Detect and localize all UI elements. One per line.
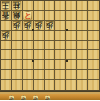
board-cell[interactable] — [1, 70, 12, 80]
board-cell[interactable] — [12, 41, 23, 51]
board-cell[interactable] — [45, 50, 56, 60]
board-cell[interactable] — [55, 1, 66, 11]
board-cell[interactable] — [34, 1, 45, 11]
piece-glyph: 歩 — [24, 21, 31, 29]
piece-glyph: と — [24, 11, 32, 19]
board-cell[interactable] — [77, 31, 88, 41]
board-cell[interactable] — [45, 11, 56, 21]
piece-gote-pawn[interactable]: 歩 — [12, 21, 21, 30]
piece-gote-king[interactable]: 王 — [1, 1, 10, 10]
board-cell[interactable] — [55, 60, 66, 70]
star-point — [32, 60, 34, 62]
board-cell[interactable] — [66, 31, 77, 41]
board-cell[interactable] — [77, 21, 88, 31]
board-cell[interactable] — [34, 41, 45, 51]
board-cell[interactable] — [45, 80, 56, 90]
board-cell[interactable] — [77, 60, 88, 70]
piece-glyph: 銀 — [13, 11, 20, 19]
board-cell[interactable] — [77, 41, 88, 51]
board-cell[interactable] — [77, 70, 88, 80]
shogi-app-screen: 王桂香銀と歩歩歩歩歩歩歩歩歩 — [0, 0, 100, 100]
star-point — [66, 29, 68, 31]
piece-glyph: 香 — [2, 11, 9, 19]
board-cell[interactable] — [88, 21, 99, 31]
board-cell[interactable] — [88, 50, 99, 60]
board-cell[interactable] — [55, 31, 66, 41]
hand-piece-glyph: 歩 — [45, 97, 51, 101]
board-cell[interactable] — [88, 11, 99, 21]
board-cell[interactable] — [34, 70, 45, 80]
board-cell[interactable] — [45, 31, 56, 41]
piece-gote-silver[interactable]: 銀 — [12, 11, 21, 20]
board-cell[interactable] — [77, 80, 88, 90]
piece-gote-knight[interactable]: 桂 — [12, 1, 21, 10]
piece-glyph: 歩 — [13, 21, 20, 29]
star-point — [32, 29, 34, 31]
board-cell[interactable] — [23, 70, 34, 80]
piece-gote-lance[interactable]: 香 — [1, 11, 10, 20]
board-cell[interactable] — [88, 1, 99, 11]
board-cell[interactable] — [34, 31, 45, 41]
board-cell[interactable] — [88, 41, 99, 51]
board-cell[interactable] — [12, 31, 23, 41]
board-cell[interactable] — [23, 41, 34, 51]
board-cell[interactable] — [55, 80, 66, 90]
board-cell[interactable] — [66, 21, 77, 31]
board-cell[interactable] — [77, 50, 88, 60]
board-cell[interactable] — [34, 11, 45, 21]
piece-gote-pawn[interactable]: 歩 — [1, 31, 10, 40]
piece-gote-pawn[interactable]: 歩 — [23, 21, 32, 30]
board-cell[interactable] — [23, 31, 34, 41]
board-cell[interactable] — [66, 80, 77, 90]
board-cell[interactable] — [77, 1, 88, 11]
board-cell[interactable] — [12, 50, 23, 60]
board-cell[interactable] — [77, 11, 88, 21]
board-cell[interactable] — [23, 60, 34, 70]
piece-sente-tokin[interactable]: と — [23, 11, 32, 20]
star-point — [66, 60, 68, 62]
board-cell[interactable] — [1, 80, 12, 90]
piece-glyph: 歩 — [35, 21, 42, 29]
board-cell[interactable] — [55, 41, 66, 51]
board-cell[interactable] — [88, 31, 99, 41]
board-cell[interactable] — [88, 60, 99, 70]
board-cell[interactable] — [1, 21, 12, 31]
board-cell[interactable] — [66, 41, 77, 51]
board-cell[interactable] — [34, 50, 45, 60]
board-cell[interactable] — [55, 70, 66, 80]
board-cell[interactable] — [1, 50, 12, 60]
board-cell[interactable] — [1, 60, 12, 70]
board-cell[interactable] — [12, 70, 23, 80]
board-cell[interactable] — [45, 41, 56, 51]
board-cell[interactable] — [66, 1, 77, 11]
hand-piece-glyph: 歩 — [33, 97, 39, 101]
board-cell[interactable] — [34, 80, 45, 90]
board-cell[interactable] — [12, 80, 23, 90]
board-cell[interactable] — [45, 1, 56, 11]
board-cell[interactable] — [45, 70, 56, 80]
piece-glyph: 王 — [2, 1, 9, 9]
board-cell[interactable] — [45, 60, 56, 70]
board-cell[interactable] — [88, 70, 99, 80]
board-cell[interactable] — [23, 80, 34, 90]
hand-piece-glyph: 歩 — [9, 97, 15, 101]
piece-glyph: 歩 — [46, 21, 53, 29]
board-cell[interactable] — [66, 70, 77, 80]
board-cell[interactable] — [34, 60, 45, 70]
hand-piece-glyph: 歩 — [21, 97, 27, 101]
board-cell[interactable] — [88, 80, 99, 90]
board-cell[interactable] — [23, 1, 34, 11]
board-cell[interactable] — [66, 60, 77, 70]
board-cell[interactable] — [55, 11, 66, 21]
piece-glyph: 歩 — [2, 31, 9, 39]
board-cell[interactable] — [12, 60, 23, 70]
board-cell[interactable] — [66, 50, 77, 60]
piece-glyph: 桂 — [13, 1, 20, 9]
board-cell[interactable] — [1, 41, 12, 51]
board-cell[interactable] — [66, 11, 77, 21]
